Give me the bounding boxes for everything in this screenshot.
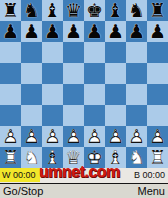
- square-a7[interactable]: ♟: [0, 21, 21, 42]
- white-queen-piece-outline: ♕: [65, 148, 82, 167]
- white-king-piece: ♚: [86, 148, 103, 167]
- square-e7[interactable]: ♟: [84, 21, 105, 42]
- square-b2[interactable]: ♟♙: [21, 126, 42, 147]
- square-f4[interactable]: [105, 84, 126, 105]
- square-b6[interactable]: [21, 42, 42, 63]
- black-king-piece: ♚: [86, 1, 103, 20]
- square-g2[interactable]: ♟♙: [126, 126, 147, 147]
- square-c2[interactable]: ♟♙: [42, 126, 63, 147]
- black-knight-piece: ♞: [23, 1, 40, 20]
- square-d6[interactable]: [63, 42, 84, 63]
- square-f8[interactable]: ♝: [105, 0, 126, 21]
- square-g4[interactable]: [126, 84, 147, 105]
- black-rook-piece: ♜: [149, 1, 166, 20]
- white-bishop-piece-outline: ♗: [44, 148, 61, 167]
- white-pawn-piece-outline: ♙: [44, 127, 61, 146]
- square-f2[interactable]: ♟♙: [105, 126, 126, 147]
- square-e1[interactable]: ♚♔: [84, 147, 105, 168]
- square-g8[interactable]: ♞: [126, 0, 147, 21]
- white-pawn-piece: ♟: [128, 127, 145, 146]
- square-c8[interactable]: ♝: [42, 0, 63, 21]
- square-a1[interactable]: ♜♖: [0, 147, 21, 168]
- square-b8[interactable]: ♞: [21, 0, 42, 21]
- square-c5[interactable]: [42, 63, 63, 84]
- black-pawn-piece: ♟: [44, 22, 61, 41]
- white-pawn-piece: ♟: [107, 127, 124, 146]
- white-pawn-piece-outline: ♙: [65, 127, 82, 146]
- square-h2[interactable]: ♟♙: [147, 126, 168, 147]
- square-d1[interactable]: ♛♕: [63, 147, 84, 168]
- square-h6[interactable]: [147, 42, 168, 63]
- black-bishop-piece: ♝: [44, 1, 61, 20]
- square-h3[interactable]: [147, 105, 168, 126]
- chess-app-screen: ♜♞♝♛♚♝♞♜♟♟♟♟♟♟♟♟♟♙♟♙♟♙♟♙♟♙♟♙♟♙♟♙♜♖♞♘♝♗♛♕…: [0, 0, 168, 198]
- square-f3[interactable]: [105, 105, 126, 126]
- square-a4[interactable]: [0, 84, 21, 105]
- square-d8[interactable]: ♛: [63, 0, 84, 21]
- white-pawn-piece-outline: ♙: [107, 127, 124, 146]
- black-pawn-piece: ♟: [65, 22, 82, 41]
- white-bishop-piece: ♝: [44, 148, 61, 167]
- square-f1[interactable]: ♝♗: [105, 147, 126, 168]
- black-knight-piece: ♞: [128, 1, 145, 20]
- square-e8[interactable]: ♚: [84, 0, 105, 21]
- square-f7[interactable]: ♟: [105, 21, 126, 42]
- square-a8[interactable]: ♜: [0, 0, 21, 21]
- square-e6[interactable]: [84, 42, 105, 63]
- white-pawn-piece-outline: ♙: [128, 127, 145, 146]
- square-e4[interactable]: [84, 84, 105, 105]
- square-c6[interactable]: [42, 42, 63, 63]
- go-stop-softkey[interactable]: Go/Stop: [3, 185, 43, 197]
- white-knight-piece: ♞: [23, 148, 40, 167]
- square-b5[interactable]: [21, 63, 42, 84]
- square-g1[interactable]: ♞♘: [126, 147, 147, 168]
- black-rook-piece: ♜: [2, 1, 19, 20]
- square-h1[interactable]: ♜♖: [147, 147, 168, 168]
- square-a6[interactable]: [0, 42, 21, 63]
- white-pawn-piece-outline: ♙: [149, 127, 166, 146]
- square-e3[interactable]: [84, 105, 105, 126]
- clock-status-bar: W 00:00 B 00:00: [0, 168, 168, 182]
- square-c4[interactable]: [42, 84, 63, 105]
- softkey-bar: Go/Stop Menu: [0, 183, 168, 198]
- square-d3[interactable]: [63, 105, 84, 126]
- black-pawn-piece: ♟: [107, 22, 124, 41]
- white-rook-piece-outline: ♖: [2, 148, 19, 167]
- white-pawn-piece-outline: ♙: [23, 127, 40, 146]
- square-h7[interactable]: ♟: [147, 21, 168, 42]
- square-h8[interactable]: ♜: [147, 0, 168, 21]
- white-bishop-piece-outline: ♗: [107, 148, 124, 167]
- square-a3[interactable]: [0, 105, 21, 126]
- square-d7[interactable]: ♟: [63, 21, 84, 42]
- square-a2[interactable]: ♟♙: [0, 126, 21, 147]
- white-pawn-piece-outline: ♙: [2, 127, 19, 146]
- square-f6[interactable]: [105, 42, 126, 63]
- square-e5[interactable]: [84, 63, 105, 84]
- white-pawn-piece: ♟: [2, 127, 19, 146]
- square-a5[interactable]: [0, 63, 21, 84]
- black-queen-piece: ♛: [65, 1, 82, 20]
- white-clock: W 00:00: [0, 168, 40, 182]
- black-pawn-piece: ♟: [2, 22, 19, 41]
- square-g7[interactable]: ♟: [126, 21, 147, 42]
- white-knight-piece: ♞: [128, 148, 145, 167]
- white-rook-piece: ♜: [2, 148, 19, 167]
- square-g5[interactable]: [126, 63, 147, 84]
- black-pawn-piece: ♟: [128, 22, 145, 41]
- square-b1[interactable]: ♞♘: [21, 147, 42, 168]
- white-king-piece-outline: ♔: [86, 148, 103, 167]
- white-pawn-piece: ♟: [65, 127, 82, 146]
- white-pawn-piece: ♟: [86, 127, 103, 146]
- square-f5[interactable]: [105, 63, 126, 84]
- white-rook-piece: ♜: [149, 148, 166, 167]
- white-bishop-piece: ♝: [107, 148, 124, 167]
- white-pawn-piece: ♟: [44, 127, 61, 146]
- black-bishop-piece: ♝: [107, 1, 124, 20]
- chess-board: ♜♞♝♛♚♝♞♜♟♟♟♟♟♟♟♟♟♙♟♙♟♙♟♙♟♙♟♙♟♙♟♙♜♖♞♘♝♗♛♕…: [0, 0, 168, 168]
- white-knight-piece-outline: ♘: [128, 148, 145, 167]
- black-clock: B 00:00: [134, 168, 168, 182]
- square-h4[interactable]: [147, 84, 168, 105]
- square-c7[interactable]: ♟: [42, 21, 63, 42]
- square-c1[interactable]: ♝♗: [42, 147, 63, 168]
- black-pawn-piece: ♟: [23, 22, 40, 41]
- black-pawn-piece: ♟: [86, 22, 103, 41]
- black-pawn-piece: ♟: [149, 22, 166, 41]
- square-b4[interactable]: [21, 84, 42, 105]
- square-h5[interactable]: [147, 63, 168, 84]
- white-queen-piece: ♛: [65, 148, 82, 167]
- square-d4[interactable]: [63, 84, 84, 105]
- square-g6[interactable]: [126, 42, 147, 63]
- square-d2[interactable]: ♟♙: [63, 126, 84, 147]
- white-rook-piece-outline: ♖: [149, 148, 166, 167]
- white-pawn-piece-outline: ♙: [86, 127, 103, 146]
- square-b3[interactable]: [21, 105, 42, 126]
- square-c3[interactable]: [42, 105, 63, 126]
- white-pawn-piece: ♟: [23, 127, 40, 146]
- square-e2[interactable]: ♟♙: [84, 126, 105, 147]
- white-knight-piece-outline: ♘: [23, 148, 40, 167]
- white-pawn-piece: ♟: [149, 127, 166, 146]
- square-d5[interactable]: [63, 63, 84, 84]
- menu-softkey[interactable]: Menu: [137, 185, 165, 197]
- square-g3[interactable]: [126, 105, 147, 126]
- square-b7[interactable]: ♟: [21, 21, 42, 42]
